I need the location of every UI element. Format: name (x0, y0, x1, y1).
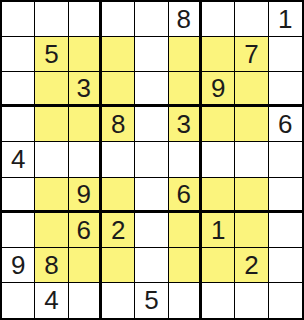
cell-r6c1[interactable] (2, 178, 35, 213)
cell-r3c6[interactable] (169, 72, 202, 107)
cell-r4c9[interactable]: 6 (269, 107, 302, 142)
cell-r3c2[interactable] (35, 72, 68, 107)
cell-r7c9[interactable] (269, 213, 302, 248)
cell-r5c3[interactable] (69, 142, 102, 177)
cell-r5c7[interactable] (202, 142, 235, 177)
cell-r1c1[interactable] (2, 2, 35, 37)
cell-r6c4[interactable] (102, 178, 135, 213)
cell-r6c6[interactable]: 6 (169, 178, 202, 213)
cell-r5c5[interactable] (135, 142, 168, 177)
cell-r1c3[interactable] (69, 2, 102, 37)
cell-r5c2[interactable] (35, 142, 68, 177)
cell-r6c2[interactable] (35, 178, 68, 213)
cell-r2c9[interactable] (269, 37, 302, 72)
cell-r6c3[interactable]: 9 (69, 178, 102, 213)
cell-r4c7[interactable] (202, 107, 235, 142)
sudoku-board: 81573983649662198245 (0, 0, 304, 320)
cell-r7c6[interactable] (169, 213, 202, 248)
cell-r9c6[interactable] (169, 283, 202, 318)
cell-r8c6[interactable] (169, 248, 202, 283)
cell-r5c4[interactable] (102, 142, 135, 177)
cell-r9c7[interactable] (202, 283, 235, 318)
cell-r8c5[interactable] (135, 248, 168, 283)
cell-r7c5[interactable] (135, 213, 168, 248)
cell-r9c3[interactable] (69, 283, 102, 318)
cell-r4c3[interactable] (69, 107, 102, 142)
cell-r6c7[interactable] (202, 178, 235, 213)
cell-r3c3[interactable]: 3 (69, 72, 102, 107)
cell-r4c2[interactable] (35, 107, 68, 142)
cell-r5c8[interactable] (235, 142, 268, 177)
cell-r6c9[interactable] (269, 178, 302, 213)
cell-r6c5[interactable] (135, 178, 168, 213)
cell-r2c7[interactable] (202, 37, 235, 72)
cell-r2c6[interactable] (169, 37, 202, 72)
cell-r9c5[interactable]: 5 (135, 283, 168, 318)
cell-r5c6[interactable] (169, 142, 202, 177)
cell-r7c1[interactable] (2, 213, 35, 248)
cell-r1c9[interactable]: 1 (269, 2, 302, 37)
cell-r8c2[interactable]: 8 (35, 248, 68, 283)
cell-r1c4[interactable] (102, 2, 135, 37)
cell-r3c9[interactable] (269, 72, 302, 107)
cell-r1c6[interactable]: 8 (169, 2, 202, 37)
cell-r8c3[interactable] (69, 248, 102, 283)
cell-r1c8[interactable] (235, 2, 268, 37)
cell-r4c5[interactable] (135, 107, 168, 142)
cell-r9c4[interactable] (102, 283, 135, 318)
cell-r8c9[interactable] (269, 248, 302, 283)
cell-r3c5[interactable] (135, 72, 168, 107)
cell-r4c1[interactable] (2, 107, 35, 142)
cell-r2c5[interactable] (135, 37, 168, 72)
cell-r2c1[interactable] (2, 37, 35, 72)
cell-r5c9[interactable] (269, 142, 302, 177)
cell-r9c1[interactable] (2, 283, 35, 318)
cell-r4c4[interactable]: 8 (102, 107, 135, 142)
cell-r2c8[interactable]: 7 (235, 37, 268, 72)
cell-r7c2[interactable] (35, 213, 68, 248)
cell-r3c1[interactable] (2, 72, 35, 107)
cell-r8c8[interactable]: 2 (235, 248, 268, 283)
cell-r4c6[interactable]: 3 (169, 107, 202, 142)
cell-r3c4[interactable] (102, 72, 135, 107)
cell-r8c1[interactable]: 9 (2, 248, 35, 283)
cell-r1c2[interactable] (35, 2, 68, 37)
cell-r7c3[interactable]: 6 (69, 213, 102, 248)
cell-r4c8[interactable] (235, 107, 268, 142)
cell-r2c2[interactable]: 5 (35, 37, 68, 72)
cell-r7c8[interactable] (235, 213, 268, 248)
cell-r8c4[interactable] (102, 248, 135, 283)
cell-r9c9[interactable] (269, 283, 302, 318)
cell-r8c7[interactable] (202, 248, 235, 283)
cell-r9c2[interactable]: 4 (35, 283, 68, 318)
cell-r2c4[interactable] (102, 37, 135, 72)
cell-r1c5[interactable] (135, 2, 168, 37)
cell-r3c7[interactable]: 9 (202, 72, 235, 107)
cell-r1c7[interactable] (202, 2, 235, 37)
cell-r7c7[interactable]: 1 (202, 213, 235, 248)
cell-r3c8[interactable] (235, 72, 268, 107)
cell-r7c4[interactable]: 2 (102, 213, 135, 248)
cell-r9c8[interactable] (235, 283, 268, 318)
cell-r6c8[interactable] (235, 178, 268, 213)
cell-r2c3[interactable] (69, 37, 102, 72)
cell-r5c1[interactable]: 4 (2, 142, 35, 177)
